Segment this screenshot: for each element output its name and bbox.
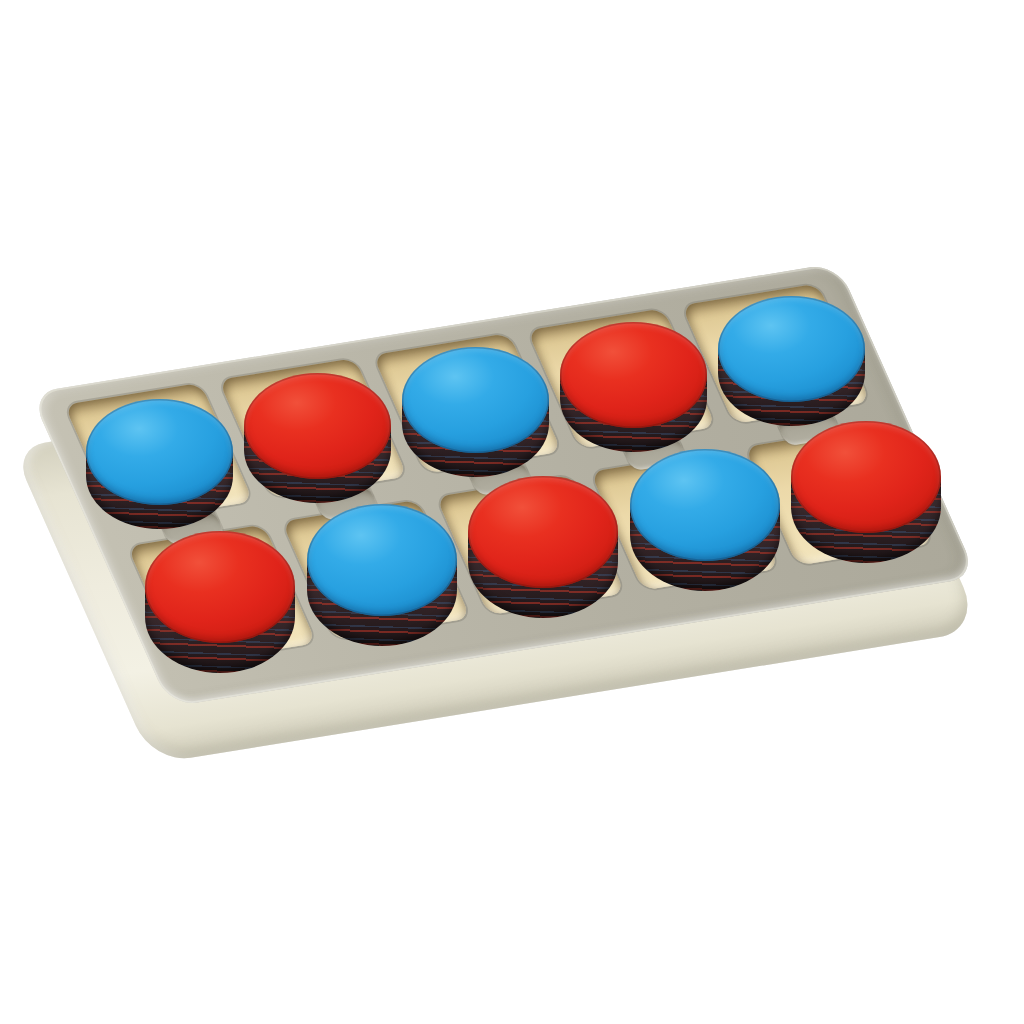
disc-stack-r2c1-red[interactable]	[145, 531, 295, 673]
disc-stack-r1c4-red[interactable]	[560, 322, 707, 452]
disc-top-r2c2-blue	[307, 504, 457, 616]
disc-stack-r2c4-blue[interactable]	[630, 449, 780, 591]
disc-top-r1c1-blue	[86, 399, 233, 505]
disc-stack-r1c2-red[interactable]	[244, 373, 391, 503]
disc-top-r1c4-red	[560, 322, 707, 428]
disc-stack-r2c3-red[interactable]	[468, 476, 618, 618]
product-photo-scene	[0, 0, 1024, 1024]
disc-stack-r2c2-blue[interactable]	[307, 504, 457, 646]
disc-stack-r1c3-blue[interactable]	[402, 347, 549, 477]
disc-stack-r1c5-blue[interactable]	[718, 296, 865, 426]
disc-top-r1c5-blue	[718, 296, 865, 402]
disc-stack-r1c1-blue[interactable]	[86, 399, 233, 529]
disc-top-r1c3-blue	[402, 347, 549, 453]
disc-stack-r2c5-red[interactable]	[791, 421, 941, 563]
disc-top-r2c1-red	[145, 531, 295, 643]
disc-top-r2c5-red	[791, 421, 941, 533]
disc-top-r2c4-blue	[630, 449, 780, 561]
disc-top-r1c2-red	[244, 373, 391, 479]
disc-stacks-layer	[0, 0, 1024, 1024]
disc-top-r2c3-red	[468, 476, 618, 588]
